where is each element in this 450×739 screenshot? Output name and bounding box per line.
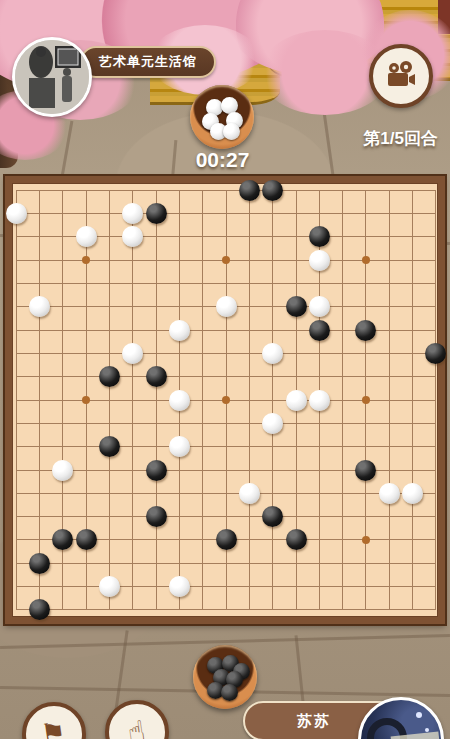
black-stone [355,320,376,341]
grid-line-horizontal [16,609,436,610]
black-stone [29,599,50,620]
white-stone [309,390,330,411]
white-stone [309,296,330,317]
black-stone [99,366,120,387]
white-stone [29,296,50,317]
flag-icon: ⚑ [40,718,69,739]
black-stone [221,684,238,701]
statue-photo [15,40,89,114]
white-stone [122,343,143,364]
white-stone [223,123,240,140]
go-board[interactable] [5,176,445,624]
opponent-name-pill: 艺术单元生活馆 [80,46,216,78]
star-point [362,536,370,544]
opponent-name: 艺术单元生活馆 [99,53,197,71]
black-stone [286,296,307,317]
black-stone [309,320,330,341]
white-stone [169,436,190,457]
white-stone [169,576,190,597]
grid-line-horizontal [16,446,436,447]
white-stone [262,343,283,364]
star-point [222,256,230,264]
grid-line-horizontal [16,563,436,564]
star-point [82,256,90,264]
white-stone [286,390,307,411]
black-stone [286,529,307,550]
black-stone [146,460,167,481]
black-stone [239,180,260,201]
player-name: 苏苏 [297,712,331,731]
grid-line-horizontal [16,423,436,424]
white-stone [169,320,190,341]
avatar-photo-detail [425,728,429,732]
pointing-hand-icon: ☝ [127,717,148,739]
black-stone [29,553,50,574]
grid-line-vertical [412,190,413,610]
grid-line-vertical [272,190,273,610]
black-stone [99,436,120,457]
white-stone [379,483,400,504]
black-stone [146,506,167,527]
round-indicator: 第1/5回合 [363,127,438,150]
black-stone [425,343,446,364]
white-stone [52,460,73,481]
white-stone [122,226,143,247]
white-stone [309,250,330,271]
black-stone [262,180,283,201]
black-stone [52,529,73,550]
video-camera-icon [384,61,418,91]
white-stone [99,576,120,597]
star-point [82,396,90,404]
white-stone [402,483,423,504]
record-button[interactable] [369,44,433,108]
white-stone [169,390,190,411]
grid-line-horizontal [16,493,436,494]
white-stone [6,203,27,224]
move-timer: 00:27 [160,148,285,172]
black-stone [355,460,376,481]
black-stone [216,529,237,550]
board-grid [12,183,438,617]
black-stone [146,366,167,387]
black-stone [146,203,167,224]
go-game-screen: 艺术单元生活馆 00:27 第1/5回合 ⚑ ☝ [0,0,450,739]
white-stone [239,483,260,504]
black-stone [76,529,97,550]
grid-line-horizontal [16,516,436,517]
white-stone [216,296,237,317]
black-stone [262,506,283,527]
star-point [222,396,230,404]
grid-line-vertical [249,190,250,610]
black-stone [309,226,330,247]
white-stone [262,413,283,434]
black-stone-bowl [193,645,257,709]
opponent-avatar[interactable] [12,37,92,117]
star-point [362,396,370,404]
white-stone [76,226,97,247]
white-stone [122,203,143,224]
grid-line-vertical [435,190,436,610]
grid-line-horizontal [16,586,436,587]
grid-line-vertical [389,190,390,610]
star-point [362,256,370,264]
white-stone-bowl [190,85,254,149]
avatar-photo-detail [416,712,422,718]
grid-line-vertical [342,190,343,610]
